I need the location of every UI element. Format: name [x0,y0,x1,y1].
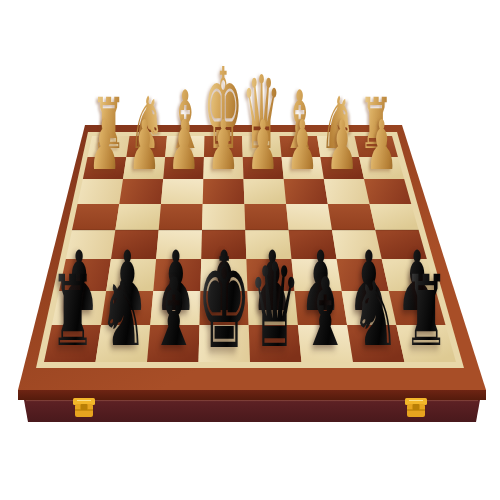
pawn-glyph: ♟ [203,240,244,323]
piece-white-queen-d1: ♛ [202,111,322,155]
piece-black-rook-h8: ♜ [13,303,133,353]
pawn-glyph: ♟ [300,240,341,323]
pieces-layer: ♜♞♝♚♛♝♞♜♟♟♟♟♟♟♟♟♟♟♟♟♟♟♟♟♜♞♝♚♛♝♞♜ [0,0,500,500]
piece-white-rook-h1: ♜ [49,116,169,154]
bishop-glyph: ♝ [149,266,197,361]
piece-white-knight-g1: ♞ [87,114,207,154]
pawn-glyph: ♟ [396,240,437,323]
piece-black-pawn-b7: ♟ [309,271,429,317]
piece-white-pawn-b2: ♟ [282,139,402,175]
rook-glyph: ♜ [92,88,126,158]
bishop-glyph: ♝ [301,266,349,361]
pawn-glyph: ♟ [207,112,239,180]
piece-white-pawn-g2: ♟ [84,139,204,175]
piece-black-pawn-a7: ♟ [357,271,477,317]
piece-black-pawn-d7: ♟ [212,271,332,317]
pawn-glyph: ♟ [252,240,293,323]
piece-black-pawn-e7: ♟ [164,271,284,317]
chess-set-photo: ♜♞♝♚♛♝♞♜♟♟♟♟♟♟♟♟♟♟♟♟♟♟♟♟♜♞♝♚♛♝♞♜ [0,0,500,500]
rook-glyph: ♜ [359,88,393,158]
piece-white-rook-a1: ♜ [316,116,436,154]
piece-white-bishop-c1: ♝ [240,114,360,154]
pawn-glyph: ♟ [365,112,397,180]
pawn-glyph: ♟ [168,112,200,180]
piece-black-knight-g8: ♞ [63,300,183,354]
pawn-glyph: ♟ [247,112,279,180]
piece-white-pawn-a2: ♟ [322,139,442,175]
piece-black-bishop-f8: ♝ [114,300,234,354]
knight-glyph: ♞ [99,271,147,360]
rook-glyph: ♜ [404,263,449,361]
piece-black-king-e8: ♚ [164,295,284,355]
piece-white-pawn-c2: ♟ [242,139,362,175]
piece-black-pawn-c7: ♟ [261,271,381,317]
piece-black-bishop-c8: ♝ [265,300,385,354]
piece-white-pawn-f2: ♟ [124,139,244,175]
piece-black-knight-b8: ♞ [316,300,436,354]
piece-black-queen-d8: ♛ [215,297,335,355]
pawn-glyph: ♟ [89,112,121,180]
king-glyph: ♚ [197,234,251,366]
rook-glyph: ♜ [50,263,95,361]
piece-black-rook-a8: ♜ [366,303,486,353]
pawn-glyph: ♟ [348,240,389,323]
pawn-glyph: ♟ [107,240,148,323]
knight-glyph: ♞ [129,87,165,159]
piece-white-pawn-h2: ♟ [45,139,165,175]
queen-glyph: ♛ [249,248,301,364]
bishop-glyph: ♝ [282,80,318,160]
knight-glyph: ♞ [320,87,356,159]
king-glyph: ♚ [204,53,243,165]
piece-white-bishop-f1: ♝ [125,114,245,154]
pawn-glyph: ♟ [326,112,358,180]
pawn-glyph: ♟ [59,240,100,323]
piece-black-pawn-f7: ♟ [116,271,236,317]
knight-glyph: ♞ [351,271,399,360]
piece-white-knight-b1: ♞ [278,114,398,154]
piece-white-pawn-d2: ♟ [203,139,323,175]
piece-white-king-e1: ♚ [163,111,283,155]
bishop-glyph: ♝ [167,80,203,160]
piece-black-pawn-g7: ♟ [67,271,187,317]
queen-glyph: ♛ [242,63,281,164]
pawn-glyph: ♟ [128,112,160,180]
pawn-glyph: ♟ [155,240,196,323]
piece-white-pawn-e2: ♟ [163,139,283,175]
piece-black-pawn-h7: ♟ [19,271,139,317]
pawn-glyph: ♟ [286,112,318,180]
